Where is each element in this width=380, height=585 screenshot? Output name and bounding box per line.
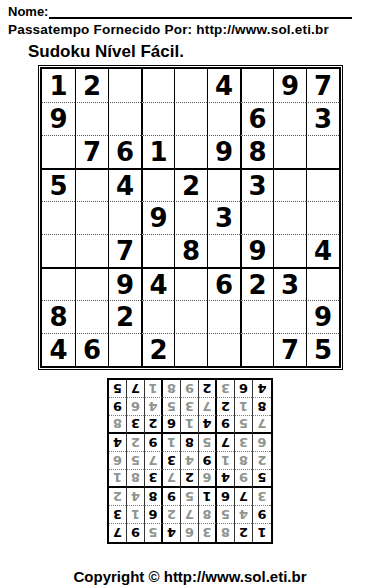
- solution-cell-r2c2: 4: [235, 506, 253, 524]
- solution-cell-r3c7: 8: [145, 488, 163, 506]
- solution-cell-r7c1: 7: [253, 416, 271, 434]
- solution-cell-r7c8: 3: [127, 416, 145, 434]
- sudoku-cell-r4c2[interactable]: [75, 168, 108, 201]
- sudoku-cell-r6c7: 9: [240, 234, 273, 267]
- solution-cell-r9c2: 6: [235, 380, 253, 398]
- sudoku-cell-r9c5[interactable]: [174, 333, 207, 366]
- solution-cell-r6c8: 2: [127, 434, 145, 452]
- sudoku-cell-r9c2: 6: [75, 333, 108, 366]
- sudoku-cell-r1c7[interactable]: [240, 69, 273, 102]
- page: Nome: Passatempo Fornecido Por: http://w…: [0, 4, 380, 585]
- sudoku-cell-r8c8[interactable]: [273, 300, 306, 333]
- sudoku-cell-r7c6: 6: [207, 267, 240, 300]
- sudoku-cell-r8c2[interactable]: [75, 300, 108, 333]
- sudoku-cell-r2c8[interactable]: [273, 102, 306, 135]
- solution-cell-r3c6: 9: [163, 488, 181, 506]
- sudoku-cell-r2c1: 9: [42, 102, 75, 135]
- solution-cell-r8c7: 4: [145, 398, 163, 416]
- sudoku-cell-r4c9[interactable]: [306, 168, 339, 201]
- sudoku-cell-r7c1[interactable]: [42, 267, 75, 300]
- solution-cell-r5c3: 1: [217, 452, 235, 470]
- solution-cell-r1c5: 6: [181, 524, 199, 542]
- solution-cell-r7c2: 5: [235, 416, 253, 434]
- sudoku-cell-r4c1: 5: [42, 168, 75, 201]
- solution-cell-r1c1: 1: [253, 524, 271, 542]
- solution-cell-r2c5: 7: [181, 506, 199, 524]
- solution-cell-r6c6: 1: [163, 434, 181, 452]
- sudoku-cell-r3c4: 1: [141, 135, 174, 168]
- sudoku-cell-r1c5[interactable]: [174, 69, 207, 102]
- solution-cell-r9c5: 9: [181, 380, 199, 398]
- sudoku-cell-r5c7[interactable]: [240, 201, 273, 234]
- solution-cell-r8c5: 3: [181, 398, 199, 416]
- sudoku-cell-r8c4[interactable]: [141, 300, 174, 333]
- sudoku-cell-r9c4: 2: [141, 333, 174, 366]
- solution-cell-r9c9: 5: [109, 380, 127, 398]
- sudoku-cell-r3c9[interactable]: [306, 135, 339, 168]
- solution-cell-r7c5: 1: [181, 416, 199, 434]
- provided-by-text: Passatempo Fornecido Por: http://www.sol…: [8, 22, 380, 38]
- sudoku-cell-r9c1: 4: [42, 333, 75, 366]
- solution-cell-r8c3: 2: [217, 398, 235, 416]
- solution-cell-r2c1: 9: [253, 506, 271, 524]
- sudoku-cell-r8c1: 8: [42, 300, 75, 333]
- solution-cell-r6c1: 6: [253, 434, 271, 452]
- solution-cell-r2c9: 3: [109, 506, 127, 524]
- sudoku-cell-r5c8[interactable]: [273, 201, 306, 234]
- sudoku-cell-r7c7: 2: [240, 267, 273, 300]
- solution-cell-r8c8: 6: [127, 398, 145, 416]
- solution-cell-r6c4: 5: [199, 434, 217, 452]
- sudoku-cell-r1c8: 9: [273, 69, 306, 102]
- solution-cell-r2c7: 6: [145, 506, 163, 524]
- solution-cell-r1c7: 5: [145, 524, 163, 542]
- sudoku-cell-r9c8: 7: [273, 333, 306, 366]
- solution-cell-r4c2: 9: [235, 470, 253, 488]
- solution-cell-r1c2: 2: [235, 524, 253, 542]
- sudoku-cell-r6c8[interactable]: [273, 234, 306, 267]
- copyright-text: Copyright © http://www.sol.eti.br: [0, 568, 380, 585]
- sudoku-cell-r5c5[interactable]: [174, 201, 207, 234]
- solution-cell-r4c5: 2: [181, 470, 199, 488]
- sudoku-cell-r5c2[interactable]: [75, 201, 108, 234]
- sudoku-cell-r4c3: 4: [108, 168, 141, 201]
- solution-cell-r6c5: 8: [181, 434, 199, 452]
- solution-cell-r7c7: 2: [145, 416, 163, 434]
- solution-cell-r4c4: 6: [199, 470, 217, 488]
- solution-cell-r1c3: 8: [217, 524, 235, 542]
- solution-cell-r3c4: 1: [199, 488, 217, 506]
- sudoku-cell-r4c4[interactable]: [141, 168, 174, 201]
- solution-cell-r2c8: 1: [127, 506, 145, 524]
- sudoku-cell-r1c1: 1: [42, 69, 75, 102]
- solution-cell-r3c9: 2: [109, 488, 127, 506]
- sudoku-cell-r2c6[interactable]: [207, 102, 240, 135]
- solution-board: 1283645979458726133761598425946273812819…: [108, 379, 272, 543]
- sudoku-cell-r4c5: 2: [174, 168, 207, 201]
- sudoku-cell-r5c9[interactable]: [306, 201, 339, 234]
- name-label: Nome:: [8, 4, 48, 19]
- sudoku-cell-r4c7: 3: [240, 168, 273, 201]
- sudoku-cell-r9c7[interactable]: [240, 333, 273, 366]
- solution-cell-r5c2: 8: [235, 452, 253, 470]
- sudoku-cell-r2c7: 6: [240, 102, 273, 135]
- sudoku-cell-r1c6: 4: [207, 69, 240, 102]
- solution-cell-r7c3: 9: [217, 416, 235, 434]
- solution-cell-r8c2: 1: [235, 398, 253, 416]
- solution-cell-r6c3: 7: [217, 434, 235, 452]
- sudoku-cell-r5c1[interactable]: [42, 201, 75, 234]
- solution-cell-r1c9: 7: [109, 524, 127, 542]
- sudoku-cell-r5c3[interactable]: [108, 201, 141, 234]
- sudoku-cell-r8c9: 9: [306, 300, 339, 333]
- sudoku-cell-r7c2[interactable]: [75, 267, 108, 300]
- sudoku-cell-r2c2[interactable]: [75, 102, 108, 135]
- sudoku-cell-r5c6: 3: [207, 201, 240, 234]
- solution-cell-r9c8: 7: [127, 380, 145, 398]
- sudoku-cell-r3c6: 9: [207, 135, 240, 168]
- sudoku-cell-r1c3[interactable]: [108, 69, 141, 102]
- solution-cell-r7c6: 6: [163, 416, 181, 434]
- name-write-in-line[interactable]: [49, 4, 352, 19]
- solution-cell-r2c3: 5: [217, 506, 235, 524]
- solution-cell-r1c4: 3: [199, 524, 217, 542]
- sudoku-cell-r3c1[interactable]: [42, 135, 75, 168]
- sudoku-cell-r7c3: 9: [108, 267, 141, 300]
- solution-cell-r4c3: 4: [217, 470, 235, 488]
- sudoku-cell-r3c7: 8: [240, 135, 273, 168]
- sudoku-cell-r2c5[interactable]: [174, 102, 207, 135]
- solution-cell-r3c5: 5: [181, 488, 199, 506]
- sudoku-cell-r6c5: 8: [174, 234, 207, 267]
- solution-cell-r5c9: 6: [109, 452, 127, 470]
- puzzle-board: 124979637619854239378949462382946275: [40, 67, 341, 368]
- solution-cell-r6c2: 3: [235, 434, 253, 452]
- solution-cell-r3c2: 7: [235, 488, 253, 506]
- sudoku-cell-r1c4[interactable]: [141, 69, 174, 102]
- solution-cell-r1c6: 4: [163, 524, 181, 542]
- solution-cell-r9c3: 3: [217, 380, 235, 398]
- sudoku-cell-r4c6[interactable]: [207, 168, 240, 201]
- sudoku-cell-r7c5[interactable]: [174, 267, 207, 300]
- solution-cell-r2c4: 8: [199, 506, 217, 524]
- page-title: Sudoku Nível Fácil.: [28, 42, 380, 61]
- solution-cell-r8c6: 5: [163, 398, 181, 416]
- sudoku-cell-r7c9[interactable]: [306, 267, 339, 300]
- sudoku-cell-r2c9: 3: [306, 102, 339, 135]
- sudoku-cell-r8c3: 2: [108, 300, 141, 333]
- sudoku-cell-r2c3[interactable]: [108, 102, 141, 135]
- solution-cell-r5c4: 9: [199, 452, 217, 470]
- solution-cell-r8c4: 7: [199, 398, 217, 416]
- solution-cell-r5c7: 7: [145, 452, 163, 470]
- sudoku-cell-r9c9: 5: [306, 333, 339, 366]
- sudoku-cell-r7c4: 4: [141, 267, 174, 300]
- sudoku-cell-r6c1[interactable]: [42, 234, 75, 267]
- solution-cell-r7c9: 8: [109, 416, 127, 434]
- sudoku-cell-r6c6[interactable]: [207, 234, 240, 267]
- sudoku-cell-r6c3: 7: [108, 234, 141, 267]
- sudoku-cell-r3c2: 7: [75, 135, 108, 168]
- solution-cell-r4c7: 3: [145, 470, 163, 488]
- solution-cell-r6c7: 9: [145, 434, 163, 452]
- solution-cell-r4c9: 1: [109, 470, 127, 488]
- solution-cell-r5c5: 4: [181, 452, 199, 470]
- sudoku-cell-r5c4: 9: [141, 201, 174, 234]
- sudoku-cell-r3c8[interactable]: [273, 135, 306, 168]
- solution-cell-r8c9: 9: [109, 398, 127, 416]
- sudoku-cell-r8c6[interactable]: [207, 300, 240, 333]
- solution-cell-r5c1: 2: [253, 452, 271, 470]
- solution-cell-r1c8: 9: [127, 524, 145, 542]
- sudoku-cell-r6c4[interactable]: [141, 234, 174, 267]
- solution-cell-r3c3: 6: [217, 488, 235, 506]
- solution-cell-r5c8: 5: [127, 452, 145, 470]
- sudoku-cell-r1c9: 7: [306, 69, 339, 102]
- solution-cell-r9c7: 1: [145, 380, 163, 398]
- solution-cell-r4c1: 5: [253, 470, 271, 488]
- solution-cell-r3c1: 3: [253, 488, 271, 506]
- solution-cell-r6c9: 4: [109, 434, 127, 452]
- solution-cell-r9c1: 4: [253, 380, 271, 398]
- solution-cell-r4c8: 8: [127, 470, 145, 488]
- solution-cell-r9c6: 8: [163, 380, 181, 398]
- sudoku-cell-r1c2: 2: [75, 69, 108, 102]
- sudoku-cell-r8c5[interactable]: [174, 300, 207, 333]
- sudoku-cell-r9c3[interactable]: [108, 333, 141, 366]
- solution-cell-r8c1: 8: [253, 398, 271, 416]
- sudoku-cell-r6c9: 4: [306, 234, 339, 267]
- solution-cell-r3c8: 4: [127, 488, 145, 506]
- name-row: Nome:: [8, 4, 352, 19]
- sudoku-cell-r4c8[interactable]: [273, 168, 306, 201]
- solution-cell-r7c4: 4: [199, 416, 217, 434]
- sudoku-cell-r9c6[interactable]: [207, 333, 240, 366]
- solution-cell-r9c4: 2: [199, 380, 217, 398]
- solution-cell-r4c6: 7: [163, 470, 181, 488]
- sudoku-cell-r8c7[interactable]: [240, 300, 273, 333]
- sudoku-cell-r3c5[interactable]: [174, 135, 207, 168]
- sudoku-cell-r2c4[interactable]: [141, 102, 174, 135]
- sudoku-cell-r3c3: 6: [108, 135, 141, 168]
- solution-cell-r2c6: 2: [163, 506, 181, 524]
- sudoku-cell-r7c8: 3: [273, 267, 306, 300]
- solution-cell-r5c6: 3: [163, 452, 181, 470]
- sudoku-cell-r6c2[interactable]: [75, 234, 108, 267]
